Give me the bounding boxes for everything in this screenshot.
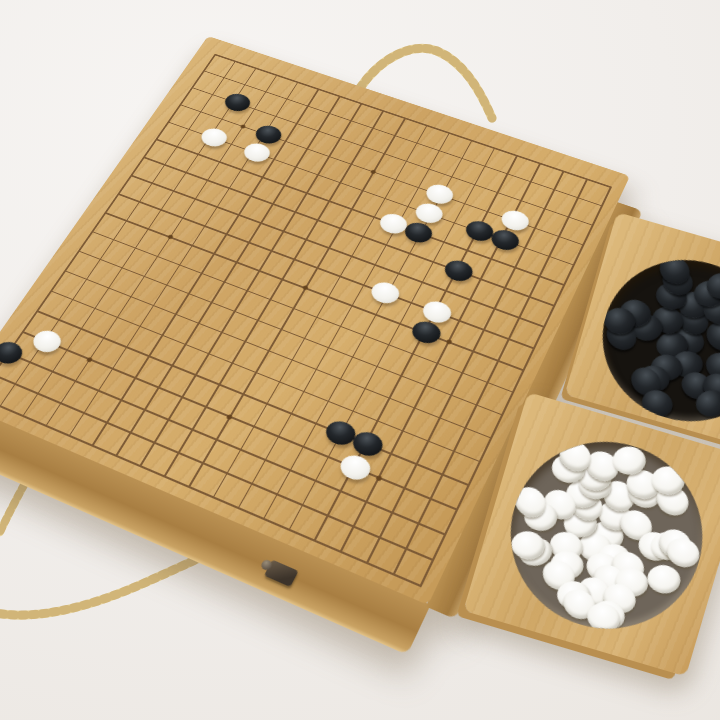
white-stone[interactable] (197, 126, 230, 150)
black-stone[interactable] (0, 338, 27, 367)
scene (0, 0, 720, 720)
white-stone[interactable] (368, 279, 404, 307)
white-bowl-stone (645, 562, 683, 596)
black-stone[interactable] (441, 257, 476, 284)
rope-drape (0, 548, 220, 615)
black-stone[interactable] (221, 91, 254, 114)
white-bowl-cavity (488, 419, 720, 652)
white-stone[interactable] (29, 327, 66, 356)
white-bowl-stone (612, 446, 646, 475)
